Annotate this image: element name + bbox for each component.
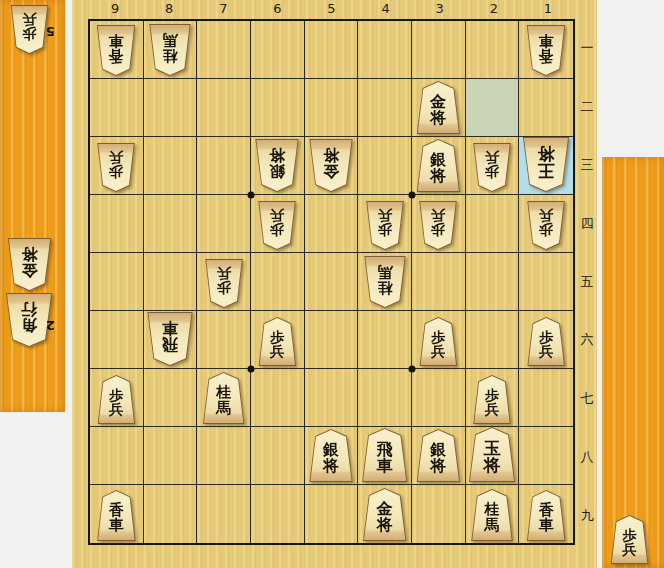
square-86[interactable]: 飛車 [144, 311, 198, 369]
koma-kanji: 歩兵 [204, 259, 243, 308]
gold-sente-piece[interactable]: 金将 [362, 488, 407, 541]
square-75[interactable]: 歩兵 [197, 253, 251, 311]
lance-gote-piece[interactable]: 香車 [96, 25, 136, 76]
square-34[interactable]: 歩兵 [412, 195, 466, 253]
file-label-4: 4 [359, 1, 413, 17]
square-65[interactable] [251, 253, 305, 311]
square-63[interactable]: 銀将 [251, 137, 305, 195]
square-47[interactable] [358, 369, 412, 427]
pawn-sente-piece[interactable]: 歩兵 [610, 515, 649, 564]
pawn-gote-piece[interactable]: 歩兵 [258, 201, 297, 250]
square-62[interactable] [251, 79, 305, 137]
rank-label-8: 八 [577, 428, 597, 486]
pawn-gote-piece[interactable]: 歩兵 [472, 143, 511, 192]
square-26[interactable] [466, 311, 520, 369]
square-61[interactable] [251, 21, 305, 79]
square-43[interactable] [358, 137, 412, 195]
square-42[interactable] [358, 79, 412, 137]
koma-kanji: 銀将 [416, 429, 461, 482]
koma-kanji: 金将 [416, 81, 461, 134]
square-82[interactable] [144, 79, 198, 137]
square-46[interactable] [358, 311, 412, 369]
file-label-8: 8 [142, 1, 196, 17]
pawn-gote-piece[interactable]: 歩兵 [204, 259, 243, 308]
square-77[interactable]: 桂馬 [197, 369, 251, 427]
square-44[interactable]: 歩兵 [358, 195, 412, 253]
square-24[interactable] [466, 195, 520, 253]
square-98[interactable] [90, 427, 144, 485]
koma-kanji: 香車 [96, 490, 136, 541]
lance-gote-piece[interactable]: 香車 [526, 25, 566, 76]
koma-kanji: 桂馬 [363, 256, 406, 308]
koma-kanji: 歩兵 [97, 375, 136, 424]
square-36[interactable]: 歩兵 [412, 311, 466, 369]
koma-kanji: 桂馬 [148, 24, 191, 76]
square-81[interactable]: 桂馬 [144, 21, 198, 79]
shogi-app-window: { "game": "shogi", "window": { "backgrou… [0, 0, 664, 568]
square-12[interactable] [519, 79, 573, 137]
silver-sente-piece[interactable]: 銀将 [416, 139, 461, 192]
koma-kanji: 香車 [96, 25, 136, 76]
square-57[interactable] [305, 369, 359, 427]
koma-kanji: 歩兵 [472, 375, 511, 424]
square-92[interactable] [90, 79, 144, 137]
square-73[interactable] [197, 137, 251, 195]
koma-kanji: 歩兵 [527, 317, 566, 366]
square-97[interactable]: 歩兵 [90, 369, 144, 427]
file-label-6: 6 [250, 1, 304, 17]
koma-kanji: 金将 [362, 488, 407, 541]
square-33[interactable]: 銀将 [412, 137, 466, 195]
rank-label-6: 六 [577, 311, 597, 369]
square-15[interactable] [519, 253, 573, 311]
koma-kanji: 香車 [526, 490, 566, 541]
king-gote-piece[interactable]: 王将 [522, 137, 570, 192]
square-21[interactable] [466, 21, 520, 79]
lance-sente-piece[interactable]: 香車 [96, 490, 136, 541]
koma-kanji: 銀将 [255, 139, 300, 192]
rank-label-1: 一 [577, 19, 597, 77]
square-85[interactable] [144, 253, 198, 311]
gold-sente-piece[interactable]: 金将 [416, 81, 461, 134]
square-95[interactable] [90, 253, 144, 311]
square-56[interactable] [305, 311, 359, 369]
square-25[interactable] [466, 253, 520, 311]
square-14[interactable]: 歩兵 [519, 195, 573, 253]
knight-sente-piece[interactable]: 桂馬 [202, 372, 245, 424]
square-53[interactable]: 金将 [305, 137, 359, 195]
file-label-5: 5 [304, 1, 358, 17]
knight-gote-piece[interactable]: 桂馬 [363, 256, 406, 308]
file-label-9: 9 [88, 1, 142, 17]
rook-sente-piece[interactable]: 飛車 [361, 428, 408, 482]
square-35[interactable] [412, 253, 466, 311]
file-label-3: 3 [413, 1, 467, 17]
square-66[interactable]: 歩兵 [251, 311, 305, 369]
koma-kanji: 歩兵 [472, 143, 511, 192]
square-59[interactable] [305, 485, 359, 543]
square-17[interactable] [519, 369, 573, 427]
silver-sente-piece[interactable]: 銀将 [416, 429, 461, 482]
square-31[interactable] [412, 21, 466, 79]
file-label-2: 2 [467, 1, 521, 17]
square-99[interactable]: 香車 [90, 485, 144, 543]
square-91[interactable]: 香車 [90, 21, 144, 79]
square-28[interactable]: 玉将 [466, 427, 520, 485]
square-48[interactable]: 飛車 [358, 427, 412, 485]
square-71[interactable] [197, 21, 251, 79]
koma-kanji: 歩兵 [97, 143, 136, 192]
square-93[interactable]: 歩兵 [90, 137, 144, 195]
square-96[interactable] [90, 311, 144, 369]
square-38[interactable]: 銀将 [412, 427, 466, 485]
koma-kanji: 金将 [308, 139, 353, 192]
square-64[interactable]: 歩兵 [251, 195, 305, 253]
square-83[interactable] [144, 137, 198, 195]
square-23[interactable]: 歩兵 [466, 137, 520, 195]
koma-kanji: 飛車 [146, 312, 193, 366]
koma-kanji: 歩兵 [419, 201, 458, 250]
rook-gote-piece[interactable]: 飛車 [146, 312, 193, 366]
koma-kanji: 金将 [7, 238, 52, 291]
square-74[interactable] [197, 195, 251, 253]
koma-kanji: 銀将 [308, 429, 353, 482]
square-37[interactable] [412, 369, 466, 427]
pawn-gote-piece[interactable]: 歩兵 [10, 5, 49, 54]
square-88[interactable] [144, 427, 198, 485]
koma-kanji: 歩兵 [258, 317, 297, 366]
square-94[interactable] [90, 195, 144, 253]
square-72[interactable] [197, 79, 251, 137]
shogi-board-grid: 香車桂馬香車金将歩兵銀将金将銀将歩兵王将歩兵歩兵歩兵歩兵歩兵桂馬飛車歩兵歩兵歩兵… [88, 19, 575, 545]
gote-komadai: 歩兵5金将角行2 [0, 0, 65, 412]
pawn-sente-piece[interactable]: 歩兵 [527, 317, 566, 366]
koma-kanji: 歩兵 [610, 515, 649, 564]
koma-kanji: 飛車 [361, 428, 408, 482]
pawn-gote-piece[interactable]: 歩兵 [97, 143, 136, 192]
pawn-gote-piece[interactable]: 歩兵 [365, 201, 404, 250]
square-16[interactable]: 歩兵 [519, 311, 573, 369]
file-label-7: 7 [196, 1, 250, 17]
square-22[interactable] [466, 79, 520, 137]
gold-gote-piece[interactable]: 金将 [308, 139, 353, 192]
gold-gote-piece[interactable]: 金将 [7, 238, 52, 291]
lance-sente-piece[interactable]: 香車 [526, 490, 566, 541]
square-54[interactable] [305, 195, 359, 253]
square-41[interactable] [358, 21, 412, 79]
pawn-sente-piece[interactable]: 歩兵 [97, 375, 136, 424]
silver-sente-piece[interactable]: 銀将 [308, 429, 353, 482]
silver-gote-piece[interactable]: 銀将 [255, 139, 300, 192]
square-84[interactable] [144, 195, 198, 253]
pawn-sente-piece[interactable]: 歩兵 [419, 317, 458, 366]
pawn-gote-piece[interactable]: 歩兵 [419, 201, 458, 250]
square-27[interactable]: 歩兵 [466, 369, 520, 427]
square-45[interactable]: 桂馬 [358, 253, 412, 311]
koma-kanji: 桂馬 [202, 372, 245, 424]
square-87[interactable] [144, 369, 198, 427]
koma-kanji: 銀将 [416, 139, 461, 192]
square-32[interactable]: 金将 [412, 79, 466, 137]
knight-gote-piece[interactable]: 桂馬 [148, 24, 191, 76]
pawn-gote-piece[interactable]: 歩兵 [527, 201, 566, 250]
square-55[interactable] [305, 253, 359, 311]
rank-label-2: 二 [577, 77, 597, 135]
square-67[interactable] [251, 369, 305, 427]
square-69[interactable] [251, 485, 305, 543]
pawn-sente-piece[interactable]: 歩兵 [258, 317, 297, 366]
koma-kanji: 歩兵 [10, 5, 49, 54]
king-sente-piece[interactable]: 玉将 [468, 427, 516, 482]
square-51[interactable] [305, 21, 359, 79]
rank-label-5: 五 [577, 253, 597, 311]
koma-kanji: 桂馬 [470, 489, 513, 541]
square-58[interactable]: 銀将 [305, 427, 359, 485]
knight-sente-piece[interactable]: 桂馬 [470, 489, 513, 541]
rank-label-3: 三 [577, 136, 597, 194]
square-11[interactable]: 香車 [519, 21, 573, 79]
square-13[interactable]: 王将 [519, 137, 573, 195]
koma-kanji: 王将 [522, 137, 570, 192]
square-29[interactable]: 桂馬 [466, 485, 520, 543]
square-76[interactable] [197, 311, 251, 369]
koma-kanji: 香車 [526, 25, 566, 76]
square-49[interactable]: 金将 [358, 485, 412, 543]
rank-label-9: 九 [577, 487, 597, 545]
rank-label-7: 七 [577, 370, 597, 428]
square-39[interactable] [412, 485, 466, 543]
koma-kanji: 歩兵 [527, 201, 566, 250]
square-68[interactable] [251, 427, 305, 485]
square-18[interactable] [519, 427, 573, 485]
gote-hand-count-pawn: 5 [46, 24, 55, 39]
square-89[interactable] [144, 485, 198, 543]
square-78[interactable] [197, 427, 251, 485]
shogi-board: 987654321 一二三四五六七八九 香車桂馬香車金将歩兵銀将金将銀将歩兵王将… [72, 0, 597, 568]
koma-kanji: 歩兵 [258, 201, 297, 250]
koma-kanji: 歩兵 [419, 317, 458, 366]
sente-komadai: 歩兵 [602, 157, 664, 568]
pawn-sente-piece[interactable]: 歩兵 [472, 375, 511, 424]
rank-label-4: 四 [577, 194, 597, 252]
koma-kanji: 玉将 [468, 427, 516, 482]
file-label-1: 1 [521, 1, 575, 17]
square-52[interactable] [305, 79, 359, 137]
square-79[interactable] [197, 485, 251, 543]
gote-hand-count-bishop: 2 [46, 318, 55, 333]
square-19[interactable]: 香車 [519, 485, 573, 543]
koma-kanji: 歩兵 [365, 201, 404, 250]
